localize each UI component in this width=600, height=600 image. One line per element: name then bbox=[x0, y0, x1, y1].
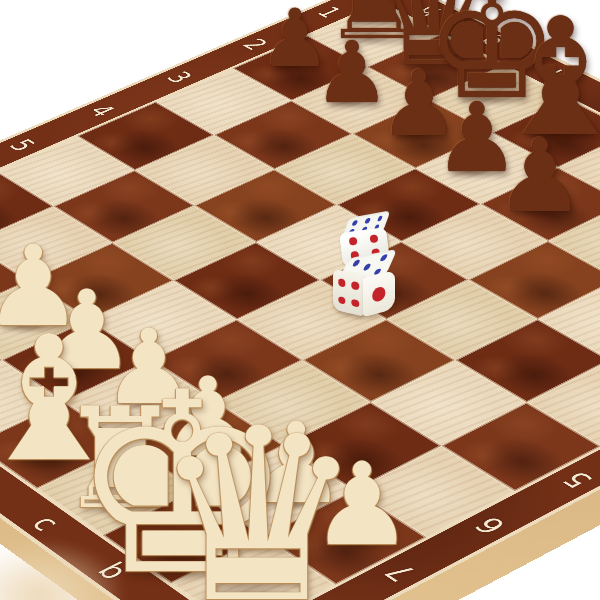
die-pip bbox=[352, 281, 359, 290]
die-bottom bbox=[333, 255, 395, 315]
die-pip bbox=[352, 298, 359, 307]
chess-set-photo: 1122334455667788aabbccddeeffgghh ♜♛♟♚♟♝♟… bbox=[0, 0, 600, 600]
die-pip bbox=[352, 220, 359, 226]
die-pip bbox=[372, 286, 385, 303]
die-pip bbox=[364, 218, 371, 224]
blurred-box-edge bbox=[0, 540, 125, 600]
die-pip bbox=[338, 278, 345, 287]
piece-white-queen-a8: ♛ bbox=[151, 397, 366, 600]
die-pip bbox=[338, 296, 345, 305]
die-bottom-face-front-left bbox=[333, 269, 364, 317]
die-bottom-face-front-right bbox=[363, 270, 395, 317]
die-pip bbox=[369, 234, 378, 243]
die-pip bbox=[352, 259, 360, 267]
piece-black-pawn-d2: ♟ bbox=[495, 126, 586, 227]
die-pip bbox=[380, 254, 388, 262]
die-pip bbox=[377, 215, 384, 221]
die-pip bbox=[363, 263, 371, 271]
die-pip bbox=[349, 237, 358, 246]
